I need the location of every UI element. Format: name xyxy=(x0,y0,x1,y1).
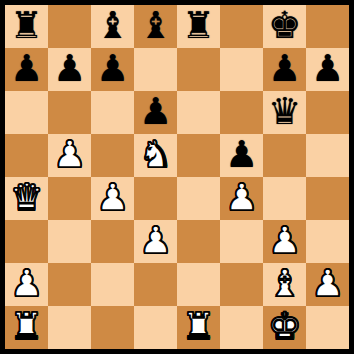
square-f2[interactable] xyxy=(220,263,263,306)
square-a1[interactable]: ♜ xyxy=(5,306,48,349)
square-g7[interactable]: ♟ xyxy=(263,48,306,91)
square-f3[interactable] xyxy=(220,220,263,263)
square-e2[interactable] xyxy=(177,263,220,306)
piece-black-king[interactable]: ♚ xyxy=(268,5,301,47)
square-g6[interactable]: ♛ xyxy=(263,91,306,134)
piece-white-pawn[interactable]: ♟ xyxy=(268,220,301,262)
square-f1[interactable] xyxy=(220,306,263,349)
square-h6[interactable] xyxy=(306,91,349,134)
piece-white-king[interactable]: ♚ xyxy=(268,306,301,348)
square-e3[interactable] xyxy=(177,220,220,263)
square-g4[interactable] xyxy=(263,177,306,220)
piece-white-pawn[interactable]: ♟ xyxy=(311,263,344,305)
square-h7[interactable]: ♟ xyxy=(306,48,349,91)
square-g8[interactable]: ♚ xyxy=(263,5,306,48)
piece-white-rook[interactable]: ♜ xyxy=(182,306,215,348)
square-d7[interactable] xyxy=(134,48,177,91)
square-b3[interactable] xyxy=(48,220,91,263)
piece-black-pawn[interactable]: ♟ xyxy=(10,48,43,90)
square-a6[interactable] xyxy=(5,91,48,134)
piece-black-bishop[interactable]: ♝ xyxy=(139,5,172,47)
square-f8[interactable] xyxy=(220,5,263,48)
piece-white-queen[interactable]: ♛ xyxy=(10,177,43,219)
square-f4[interactable]: ♟ xyxy=(220,177,263,220)
square-h5[interactable] xyxy=(306,134,349,177)
square-b8[interactable] xyxy=(48,5,91,48)
piece-white-knight[interactable]: ♞ xyxy=(139,134,172,176)
piece-black-pawn[interactable]: ♟ xyxy=(96,48,129,90)
square-h4[interactable] xyxy=(306,177,349,220)
square-a3[interactable] xyxy=(5,220,48,263)
square-e8[interactable]: ♜ xyxy=(177,5,220,48)
square-g2[interactable]: ♝ xyxy=(263,263,306,306)
square-f5[interactable]: ♟ xyxy=(220,134,263,177)
board-frame: ♜♝♝♜♚♟♟♟♟♟♟♛♟♞♟♛♟♟♟♟♟♝♟♜♜♚ xyxy=(0,0,354,354)
square-g3[interactable]: ♟ xyxy=(263,220,306,263)
square-c5[interactable] xyxy=(91,134,134,177)
square-h8[interactable] xyxy=(306,5,349,48)
square-e6[interactable] xyxy=(177,91,220,134)
square-c3[interactable] xyxy=(91,220,134,263)
square-f6[interactable] xyxy=(220,91,263,134)
piece-black-pawn[interactable]: ♟ xyxy=(311,48,344,90)
piece-white-pawn[interactable]: ♟ xyxy=(225,177,258,219)
square-h2[interactable]: ♟ xyxy=(306,263,349,306)
piece-black-pawn[interactable]: ♟ xyxy=(225,134,258,176)
chess-board: ♜♝♝♜♚♟♟♟♟♟♟♛♟♞♟♛♟♟♟♟♟♝♟♜♜♚ xyxy=(5,5,349,349)
square-a2[interactable]: ♟ xyxy=(5,263,48,306)
square-c4[interactable]: ♟ xyxy=(91,177,134,220)
square-c2[interactable] xyxy=(91,263,134,306)
square-e1[interactable]: ♜ xyxy=(177,306,220,349)
piece-black-rook[interactable]: ♜ xyxy=(10,5,43,47)
square-e5[interactable] xyxy=(177,134,220,177)
square-a5[interactable] xyxy=(5,134,48,177)
square-c7[interactable]: ♟ xyxy=(91,48,134,91)
square-h1[interactable] xyxy=(306,306,349,349)
square-b7[interactable]: ♟ xyxy=(48,48,91,91)
square-e4[interactable] xyxy=(177,177,220,220)
square-a8[interactable]: ♜ xyxy=(5,5,48,48)
square-c8[interactable]: ♝ xyxy=(91,5,134,48)
square-e7[interactable] xyxy=(177,48,220,91)
square-a7[interactable]: ♟ xyxy=(5,48,48,91)
square-b6[interactable] xyxy=(48,91,91,134)
piece-white-pawn[interactable]: ♟ xyxy=(53,134,86,176)
square-a4[interactable]: ♛ xyxy=(5,177,48,220)
piece-white-rook[interactable]: ♜ xyxy=(10,306,43,348)
square-f7[interactable] xyxy=(220,48,263,91)
square-g1[interactable]: ♚ xyxy=(263,306,306,349)
square-d2[interactable] xyxy=(134,263,177,306)
piece-white-bishop[interactable]: ♝ xyxy=(268,263,301,305)
piece-black-rook[interactable]: ♜ xyxy=(182,5,215,47)
square-d8[interactable]: ♝ xyxy=(134,5,177,48)
piece-black-pawn[interactable]: ♟ xyxy=(268,48,301,90)
piece-white-pawn[interactable]: ♟ xyxy=(139,220,172,262)
square-g5[interactable] xyxy=(263,134,306,177)
piece-black-queen[interactable]: ♛ xyxy=(268,91,301,133)
piece-white-pawn[interactable]: ♟ xyxy=(10,263,43,305)
piece-black-pawn[interactable]: ♟ xyxy=(139,91,172,133)
square-b2[interactable] xyxy=(48,263,91,306)
square-d3[interactable]: ♟ xyxy=(134,220,177,263)
piece-white-pawn[interactable]: ♟ xyxy=(96,177,129,219)
square-c6[interactable] xyxy=(91,91,134,134)
square-d6[interactable]: ♟ xyxy=(134,91,177,134)
square-b5[interactable]: ♟ xyxy=(48,134,91,177)
square-h3[interactable] xyxy=(306,220,349,263)
square-d1[interactable] xyxy=(134,306,177,349)
square-d4[interactable] xyxy=(134,177,177,220)
square-c1[interactable] xyxy=(91,306,134,349)
square-d5[interactable]: ♞ xyxy=(134,134,177,177)
piece-black-pawn[interactable]: ♟ xyxy=(53,48,86,90)
piece-black-bishop[interactable]: ♝ xyxy=(96,5,129,47)
square-b4[interactable] xyxy=(48,177,91,220)
square-b1[interactable] xyxy=(48,306,91,349)
